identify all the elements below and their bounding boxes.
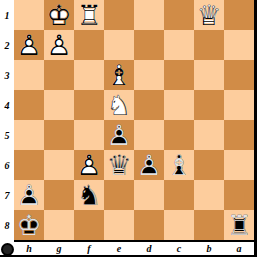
square-f3[interactable]	[74, 60, 104, 90]
square-a3[interactable]	[224, 60, 254, 90]
square-h8[interactable]: ♚♔	[14, 210, 44, 240]
square-f6[interactable]: ♟♙	[74, 150, 104, 180]
square-c2[interactable]	[164, 30, 194, 60]
rank-labels: 12345678	[0, 0, 14, 240]
square-d3[interactable]	[134, 60, 164, 90]
square-f8[interactable]	[74, 210, 104, 240]
square-a4[interactable]	[224, 90, 254, 120]
black-pawn-icon: ♟	[104, 120, 134, 150]
square-d7[interactable]	[134, 180, 164, 210]
white-knight-icon: ♞	[104, 90, 134, 120]
square-b3[interactable]	[194, 60, 224, 90]
white-bishop-outline-icon: ♗	[104, 60, 134, 90]
square-h5[interactable]	[14, 120, 44, 150]
white-rook-icon: ♜	[74, 0, 104, 30]
file-label-g: g	[44, 242, 74, 255]
square-c1[interactable]	[164, 0, 194, 30]
square-b2[interactable]	[194, 30, 224, 60]
white-pawn-outline-icon: ♙	[74, 150, 104, 180]
square-a6[interactable]	[224, 150, 254, 180]
square-h6[interactable]	[14, 150, 44, 180]
file-label-f: f	[74, 242, 104, 255]
square-d6[interactable]: ♟♙	[134, 150, 164, 180]
square-g5[interactable]	[44, 120, 74, 150]
square-b1[interactable]: ♛♕	[194, 0, 224, 30]
square-g4[interactable]	[44, 90, 74, 120]
black-pawn-outline-icon: ♙	[14, 180, 44, 210]
black-king-icon: ♚	[14, 210, 44, 240]
black-queen-outline-icon: ♕	[104, 150, 134, 180]
black-knight-outline-icon: ♘	[74, 180, 104, 210]
square-c8[interactable]	[164, 210, 194, 240]
black-pawn-outline-icon: ♙	[134, 150, 164, 180]
square-a8[interactable]: ♜♖	[224, 210, 254, 240]
square-h3[interactable]	[14, 60, 44, 90]
square-f5[interactable]	[74, 120, 104, 150]
file-label-e: e	[104, 242, 134, 255]
square-a1[interactable]	[224, 0, 254, 30]
black-bishop-icon: ♝	[164, 150, 194, 180]
file-label-h: h	[14, 242, 44, 255]
square-e8[interactable]	[104, 210, 134, 240]
white-rook-outline-icon: ♖	[74, 0, 104, 30]
square-a7[interactable]	[224, 180, 254, 210]
square-b4[interactable]	[194, 90, 224, 120]
rank-label-8: 8	[0, 210, 14, 240]
square-g1[interactable]: ♚♔	[44, 0, 74, 30]
square-b7[interactable]	[194, 180, 224, 210]
square-d8[interactable]	[134, 210, 164, 240]
square-b6[interactable]	[194, 150, 224, 180]
square-c3[interactable]	[164, 60, 194, 90]
square-e6[interactable]: ♛♕	[104, 150, 134, 180]
black-king-outline-icon: ♔	[14, 210, 44, 240]
square-h1[interactable]	[14, 0, 44, 30]
square-f4[interactable]	[74, 90, 104, 120]
black-pawn-outline-icon: ♙	[104, 120, 134, 150]
square-d5[interactable]	[134, 120, 164, 150]
black-knight-icon: ♞	[74, 180, 104, 210]
file-labels: hgfedcba	[14, 242, 254, 255]
white-king-outline-icon: ♔	[44, 0, 74, 30]
white-king-icon: ♚	[44, 0, 74, 30]
square-d2[interactable]	[134, 30, 164, 60]
square-e4[interactable]: ♞♘	[104, 90, 134, 120]
board: ♚♔♜♖♛♕♟♙♟♙♝♗♞♘♟♙♟♙♛♕♟♙♝♗♟♙♞♘♚♔♜♖	[14, 0, 254, 242]
rank-label-3: 3	[0, 60, 14, 90]
file-label-d: d	[134, 242, 164, 255]
square-e7[interactable]	[104, 180, 134, 210]
square-d1[interactable]	[134, 0, 164, 30]
white-pawn-outline-icon: ♙	[44, 30, 74, 60]
square-g6[interactable]	[44, 150, 74, 180]
square-f7[interactable]: ♞♘	[74, 180, 104, 210]
black-rook-icon: ♜	[224, 210, 254, 240]
white-pawn-icon: ♟	[14, 30, 44, 60]
square-a5[interactable]	[224, 120, 254, 150]
square-e3[interactable]: ♝♗	[104, 60, 134, 90]
rank-label-7: 7	[0, 180, 14, 210]
square-a2[interactable]	[224, 30, 254, 60]
black-to-move-indicator	[1, 243, 14, 256]
white-queen-icon: ♛	[194, 0, 224, 30]
black-rook-outline-icon: ♖	[224, 210, 254, 240]
square-d4[interactable]	[134, 90, 164, 120]
square-c6[interactable]: ♝♗	[164, 150, 194, 180]
black-pawn-icon: ♟	[134, 150, 164, 180]
rank-label-4: 4	[0, 90, 14, 120]
white-pawn-outline-icon: ♙	[14, 30, 44, 60]
white-pawn-icon: ♟	[74, 150, 104, 180]
square-g8[interactable]	[44, 210, 74, 240]
chess-diagram: 12345678 ♚♔♜♖♛♕♟♙♟♙♝♗♞♘♟♙♟♙♛♕♟♙♝♗♟♙♞♘♚♔♜…	[0, 0, 257, 257]
square-h4[interactable]	[14, 90, 44, 120]
square-f2[interactable]	[74, 30, 104, 60]
square-h2[interactable]: ♟♙	[14, 30, 44, 60]
white-knight-outline-icon: ♘	[104, 90, 134, 120]
square-b8[interactable]	[194, 210, 224, 240]
rank-label-2: 2	[0, 30, 14, 60]
black-bishop-outline-icon: ♗	[164, 150, 194, 180]
white-bishop-icon: ♝	[104, 60, 134, 90]
square-c4[interactable]	[164, 90, 194, 120]
square-c7[interactable]	[164, 180, 194, 210]
square-e5[interactable]: ♟♙	[104, 120, 134, 150]
rank-label-5: 5	[0, 120, 14, 150]
square-f1[interactable]: ♜♖	[74, 0, 104, 30]
square-c5[interactable]	[164, 120, 194, 150]
square-e1[interactable]	[104, 0, 134, 30]
square-e2[interactable]	[104, 30, 134, 60]
rank-label-6: 6	[0, 150, 14, 180]
square-g3[interactable]	[44, 60, 74, 90]
file-label-a: a	[224, 242, 254, 255]
white-queen-outline-icon: ♕	[194, 0, 224, 30]
black-queen-icon: ♛	[104, 150, 134, 180]
square-h7[interactable]: ♟♙	[14, 180, 44, 210]
square-g2[interactable]: ♟♙	[44, 30, 74, 60]
white-pawn-icon: ♟	[44, 30, 74, 60]
square-b5[interactable]	[194, 120, 224, 150]
black-pawn-icon: ♟	[14, 180, 44, 210]
file-label-b: b	[194, 242, 224, 255]
square-g7[interactable]	[44, 180, 74, 210]
file-label-c: c	[164, 242, 194, 255]
rank-label-1: 1	[0, 0, 14, 30]
